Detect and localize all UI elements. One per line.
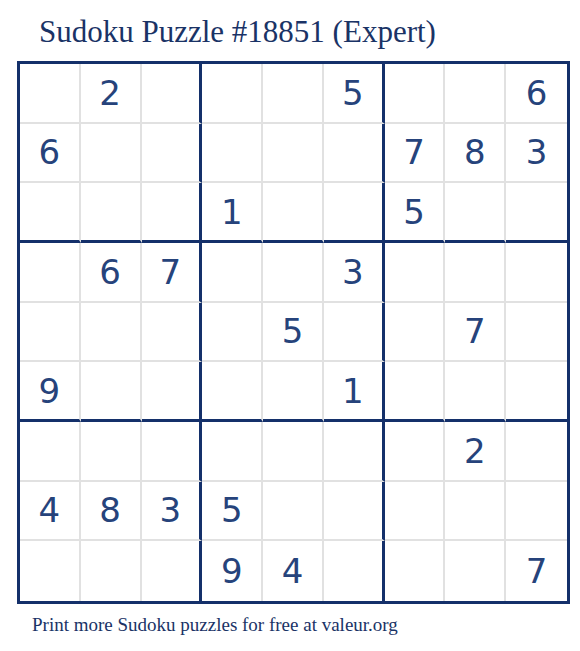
given-digit-r4c6: 3 xyxy=(324,243,385,303)
cell-r3c5 xyxy=(263,183,324,243)
cell-r5c4 xyxy=(202,303,263,363)
cell-r7c6 xyxy=(324,422,385,482)
cell-r2c4 xyxy=(202,124,263,184)
cell-r4c1 xyxy=(20,243,81,303)
cell-r6c2 xyxy=(81,362,142,422)
cell-r7c5 xyxy=(263,422,324,482)
cell-r6c3 xyxy=(142,362,203,422)
given-digit-r6c1: 9 xyxy=(20,362,81,422)
cell-r4c7 xyxy=(385,243,446,303)
cell-r8c7 xyxy=(385,482,446,542)
cell-r3c1 xyxy=(20,183,81,243)
cell-r7c1 xyxy=(20,422,81,482)
given-digit-r8c1: 4 xyxy=(20,482,81,542)
cell-r5c2 xyxy=(81,303,142,363)
cell-r1c1 xyxy=(20,64,81,124)
cell-r5c6 xyxy=(324,303,385,363)
cell-r5c7 xyxy=(385,303,446,363)
cell-r4c9 xyxy=(506,243,567,303)
cell-r1c7 xyxy=(385,64,446,124)
cell-r6c4 xyxy=(202,362,263,422)
cell-r8c5 xyxy=(263,482,324,542)
cell-r8c9 xyxy=(506,482,567,542)
cell-r6c9 xyxy=(506,362,567,422)
cell-r4c8 xyxy=(445,243,506,303)
page-title: Sudoku Puzzle #18851 (Expert) xyxy=(39,14,436,50)
cell-r3c3 xyxy=(142,183,203,243)
cell-r9c8 xyxy=(445,541,506,601)
given-digit-r8c2: 8 xyxy=(81,482,142,542)
given-digit-r3c7: 5 xyxy=(385,183,446,243)
given-digit-r9c9: 7 xyxy=(506,541,567,601)
given-digit-r9c4: 9 xyxy=(202,541,263,601)
cell-r9c1 xyxy=(20,541,81,601)
cell-r6c8 xyxy=(445,362,506,422)
given-digit-r5c5: 5 xyxy=(263,303,324,363)
cell-r8c8 xyxy=(445,482,506,542)
cell-r9c2 xyxy=(81,541,142,601)
cell-r1c4 xyxy=(202,64,263,124)
sudoku-board: 256678315673579124835947 xyxy=(17,61,570,604)
given-digit-r8c3: 3 xyxy=(142,482,203,542)
given-digit-r1c2: 2 xyxy=(81,64,142,124)
given-digit-r4c3: 7 xyxy=(142,243,203,303)
given-digit-r9c5: 4 xyxy=(263,541,324,601)
given-digit-r5c8: 7 xyxy=(445,303,506,363)
cell-r7c2 xyxy=(81,422,142,482)
given-digit-r8c4: 5 xyxy=(202,482,263,542)
cell-r7c3 xyxy=(142,422,203,482)
cell-r8c6 xyxy=(324,482,385,542)
cell-r9c6 xyxy=(324,541,385,601)
cell-r5c3 xyxy=(142,303,203,363)
cell-r6c7 xyxy=(385,362,446,422)
cell-r6c5 xyxy=(263,362,324,422)
cell-r4c4 xyxy=(202,243,263,303)
cell-r1c8 xyxy=(445,64,506,124)
cell-r4c5 xyxy=(263,243,324,303)
cell-r7c4 xyxy=(202,422,263,482)
cell-r3c2 xyxy=(81,183,142,243)
cell-r2c5 xyxy=(263,124,324,184)
cell-r2c2 xyxy=(81,124,142,184)
given-digit-r2c8: 8 xyxy=(445,124,506,184)
cell-r1c3 xyxy=(142,64,203,124)
given-digit-r6c6: 1 xyxy=(324,362,385,422)
given-digit-r3c4: 1 xyxy=(202,183,263,243)
given-digit-r7c8: 2 xyxy=(445,422,506,482)
cell-r3c6 xyxy=(324,183,385,243)
cell-r7c7 xyxy=(385,422,446,482)
given-digit-r2c7: 7 xyxy=(385,124,446,184)
cell-r9c3 xyxy=(142,541,203,601)
cell-r5c1 xyxy=(20,303,81,363)
cell-r5c9 xyxy=(506,303,567,363)
cell-r2c6 xyxy=(324,124,385,184)
given-digit-r2c1: 6 xyxy=(20,124,81,184)
footer-text: Print more Sudoku puzzles for free at va… xyxy=(32,614,398,636)
cell-r7c9 xyxy=(506,422,567,482)
cell-r3c8 xyxy=(445,183,506,243)
cell-r1c5 xyxy=(263,64,324,124)
given-digit-r2c9: 3 xyxy=(506,124,567,184)
given-digit-r4c2: 6 xyxy=(81,243,142,303)
cell-r9c7 xyxy=(385,541,446,601)
cell-r2c3 xyxy=(142,124,203,184)
given-digit-r1c6: 5 xyxy=(324,64,385,124)
given-digit-r1c9: 6 xyxy=(506,64,567,124)
cell-r3c9 xyxy=(506,183,567,243)
